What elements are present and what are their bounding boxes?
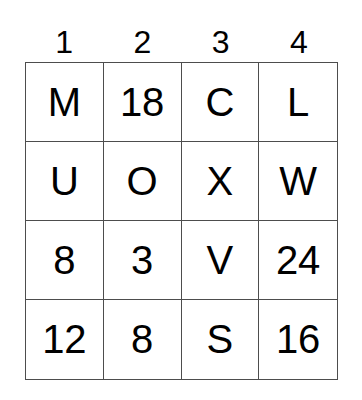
column-header-1: 1 [25,22,103,62]
cell-r2c3[interactable]: X [182,142,260,221]
bingo-card: 1 2 3 4 M 18 C L U O X W 8 3 V 24 12 8 S… [25,22,338,380]
cell-r1c1[interactable]: M [26,63,104,142]
cell-r3c1[interactable]: 8 [26,221,104,300]
cell-r2c1[interactable]: U [26,142,104,221]
column-header-3: 3 [182,22,260,62]
cell-r4c4[interactable]: 16 [259,300,337,379]
cell-r4c2[interactable]: 8 [104,300,182,379]
cell-r3c3[interactable]: V [182,221,260,300]
cell-r1c2[interactable]: 18 [104,63,182,142]
cell-r3c2[interactable]: 3 [104,221,182,300]
cell-r3c4[interactable]: 24 [259,221,337,300]
cell-r2c2[interactable]: O [104,142,182,221]
cell-r1c4[interactable]: L [259,63,337,142]
column-header-4: 4 [260,22,338,62]
cell-r2c4[interactable]: W [259,142,337,221]
bingo-grid: M 18 C L U O X W 8 3 V 24 12 8 S 16 [25,62,338,380]
column-headers: 1 2 3 4 [25,22,338,62]
cell-r1c3[interactable]: C [182,63,260,142]
cell-r4c1[interactable]: 12 [26,300,104,379]
cell-r4c3[interactable]: S [182,300,260,379]
column-header-2: 2 [103,22,181,62]
